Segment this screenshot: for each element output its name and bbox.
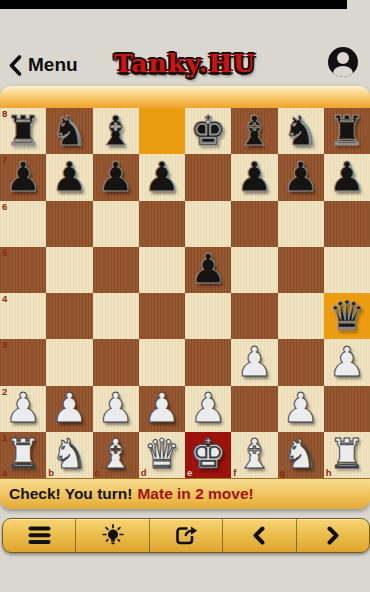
piece-white-bishop[interactable]: ♝ — [97, 434, 134, 475]
top-black-bar — [0, 0, 347, 9]
square-c5[interactable] — [93, 247, 139, 293]
square-h5[interactable] — [324, 247, 370, 293]
piece-black-knight[interactable]: ♞ — [282, 111, 319, 152]
file-label-f: f — [233, 468, 236, 478]
piece-white-knight[interactable]: ♞ — [282, 434, 319, 475]
square-e3[interactable] — [185, 339, 231, 385]
square-h4[interactable]: ♛ — [324, 293, 370, 339]
piece-black-queen[interactable]: ♛ — [328, 296, 365, 337]
square-f5[interactable] — [231, 247, 277, 293]
piece-white-pawn[interactable]: ♟ — [236, 342, 273, 383]
square-f1[interactable]: f♝ — [231, 432, 277, 478]
square-g1[interactable]: g♞ — [278, 432, 324, 478]
square-a2[interactable]: 2♟ — [0, 386, 46, 432]
piece-white-pawn[interactable]: ♟ — [5, 388, 42, 429]
square-h2[interactable] — [324, 386, 370, 432]
file-label-a: a — [2, 468, 7, 478]
piece-white-knight[interactable]: ♞ — [51, 434, 88, 475]
chevron-left-icon — [252, 526, 266, 545]
square-g2[interactable]: ♟ — [278, 386, 324, 432]
square-d6[interactable] — [139, 201, 185, 247]
square-c3[interactable] — [93, 339, 139, 385]
square-c7[interactable]: ♟ — [93, 154, 139, 200]
square-a1[interactable]: 1a♜ — [0, 432, 46, 478]
square-b2[interactable]: ♟ — [46, 386, 92, 432]
status-message: Check! You turn! Mate in 2 move! — [0, 478, 370, 509]
piece-white-rook[interactable]: ♜ — [5, 434, 42, 475]
lightbulb-icon — [100, 524, 126, 547]
share-icon — [173, 524, 199, 547]
square-f4[interactable] — [231, 293, 277, 339]
rank-label-1: 1 — [2, 433, 7, 443]
piece-black-knight[interactable]: ♞ — [51, 111, 88, 152]
square-b3[interactable] — [46, 339, 92, 385]
square-e2[interactable]: ♟ — [185, 386, 231, 432]
rank-label-8: 8 — [2, 109, 7, 119]
square-h8[interactable]: ♜ — [324, 108, 370, 154]
square-g8[interactable]: ♞ — [278, 108, 324, 154]
piece-black-pawn[interactable]: ♟ — [51, 157, 88, 198]
piece-white-bishop[interactable]: ♝ — [236, 434, 273, 475]
piece-white-queen[interactable]: ♛ — [143, 434, 180, 475]
piece-white-pawn[interactable]: ♟ — [143, 388, 180, 429]
square-e6[interactable] — [185, 201, 231, 247]
square-a8[interactable]: 8♜ — [0, 108, 46, 154]
square-e8[interactable]: ♚ — [185, 108, 231, 154]
rank-label-5: 5 — [2, 248, 7, 258]
square-h1[interactable]: h♜ — [324, 432, 370, 478]
square-h3[interactable]: ♟ — [324, 339, 370, 385]
square-f3[interactable]: ♟ — [231, 339, 277, 385]
square-f2[interactable] — [231, 386, 277, 432]
previous-move-button[interactable] — [223, 519, 296, 552]
piece-black-bishop[interactable]: ♝ — [236, 111, 273, 152]
square-f6[interactable] — [231, 201, 277, 247]
piece-black-pawn[interactable]: ♟ — [328, 157, 365, 198]
toolbar — [2, 518, 370, 553]
square-g6[interactable] — [278, 201, 324, 247]
square-d3[interactable] — [139, 339, 185, 385]
share-button[interactable] — [150, 519, 223, 552]
file-label-d: d — [141, 468, 147, 478]
piece-black-pawn[interactable]: ♟ — [5, 157, 42, 198]
square-d5[interactable] — [139, 247, 185, 293]
square-b1[interactable]: b♞ — [46, 432, 92, 478]
square-e1[interactable]: e♚ — [185, 432, 231, 478]
square-b4[interactable] — [46, 293, 92, 339]
piece-black-pawn[interactable]: ♟ — [236, 157, 273, 198]
chess-board: 8♜♞♝♚♝♞♜7♟♟♟♟♟♟♟65♟4♛3♟♟2♟♟♟♟♟♟1a♜b♞c♝d♛… — [0, 108, 370, 478]
square-d1[interactable]: d♛ — [139, 432, 185, 478]
rank-label-2: 2 — [2, 387, 7, 397]
file-label-h: h — [326, 468, 332, 478]
square-c6[interactable] — [93, 201, 139, 247]
rank-label-4: 4 — [2, 294, 7, 304]
piece-black-pawn[interactable]: ♟ — [143, 157, 180, 198]
piece-black-bishop[interactable]: ♝ — [97, 111, 134, 152]
menu-button[interactable] — [3, 519, 76, 552]
file-label-e: e — [187, 468, 192, 478]
square-b6[interactable] — [46, 201, 92, 247]
rank-label-3: 3 — [2, 340, 7, 350]
square-a4[interactable]: 4 — [0, 293, 46, 339]
square-e5[interactable]: ♟ — [185, 247, 231, 293]
account-icon-head — [337, 52, 349, 64]
square-f8[interactable]: ♝ — [231, 108, 277, 154]
square-b7[interactable]: ♟ — [46, 154, 92, 200]
square-d8[interactable] — [139, 108, 185, 154]
account-icon[interactable] — [328, 47, 358, 77]
file-label-c: c — [95, 468, 100, 478]
file-label-b: b — [48, 468, 54, 478]
square-b8[interactable]: ♞ — [46, 108, 92, 154]
square-d7[interactable]: ♟ — [139, 154, 185, 200]
app-logo: Tanky.HU — [0, 49, 370, 78]
square-e4[interactable] — [185, 293, 231, 339]
square-g7[interactable]: ♟ — [278, 154, 324, 200]
chevron-right-icon — [326, 526, 340, 545]
piece-black-pawn[interactable]: ♟ — [282, 157, 319, 198]
piece-black-pawn[interactable]: ♟ — [190, 249, 227, 290]
piece-white-pawn[interactable]: ♟ — [328, 342, 365, 383]
square-g5[interactable] — [278, 247, 324, 293]
piece-black-rook[interactable]: ♜ — [328, 111, 365, 152]
square-h7[interactable]: ♟ — [324, 154, 370, 200]
piece-black-rook[interactable]: ♜ — [5, 111, 42, 152]
piece-white-pawn[interactable]: ♟ — [190, 388, 227, 429]
rank-label-6: 6 — [2, 202, 7, 212]
piece-black-king[interactable]: ♚ — [190, 111, 227, 152]
status-text-secondary: Mate in 2 move! — [137, 485, 253, 503]
square-f7[interactable]: ♟ — [231, 154, 277, 200]
square-d4[interactable] — [139, 293, 185, 339]
square-g4[interactable] — [278, 293, 324, 339]
hint-button[interactable] — [76, 519, 149, 552]
hamburger-icon — [28, 526, 51, 545]
square-a3[interactable]: 3 — [0, 339, 46, 385]
square-g3[interactable] — [278, 339, 324, 385]
piece-black-pawn[interactable]: ♟ — [97, 157, 134, 198]
square-a5[interactable]: 5 — [0, 247, 46, 293]
rank-label-7: 7 — [2, 155, 7, 165]
square-a7[interactable]: 7♟ — [0, 154, 46, 200]
square-c1[interactable]: c♝ — [93, 432, 139, 478]
piece-white-king[interactable]: ♚ — [190, 434, 227, 475]
file-label-g: g — [280, 468, 286, 478]
square-c2[interactable]: ♟ — [93, 386, 139, 432]
header: Menu Tanky.HU — [0, 9, 370, 86]
piece-white-rook[interactable]: ♜ — [328, 434, 365, 475]
piece-white-pawn[interactable]: ♟ — [282, 388, 319, 429]
piece-white-pawn[interactable]: ♟ — [51, 388, 88, 429]
piece-white-pawn[interactable]: ♟ — [97, 388, 134, 429]
square-e7[interactable] — [185, 154, 231, 200]
square-c4[interactable] — [93, 293, 139, 339]
board-top-strip — [0, 86, 370, 108]
square-h6[interactable] — [324, 201, 370, 247]
status-text-primary: Check! You turn! — [9, 485, 132, 503]
square-a6[interactable]: 6 — [0, 201, 46, 247]
app-screen: Menu Tanky.HU 8♜♞♝♚♝♞♜7♟♟♟♟♟♟♟65♟4♛3♟♟2♟… — [0, 0, 370, 592]
square-d2[interactable]: ♟ — [139, 386, 185, 432]
board-panel: 8♜♞♝♚♝♞♜7♟♟♟♟♟♟♟65♟4♛3♟♟2♟♟♟♟♟♟1a♜b♞c♝d♛… — [0, 86, 370, 509]
square-b5[interactable] — [46, 247, 92, 293]
square-c8[interactable]: ♝ — [93, 108, 139, 154]
next-move-button[interactable] — [297, 519, 369, 552]
